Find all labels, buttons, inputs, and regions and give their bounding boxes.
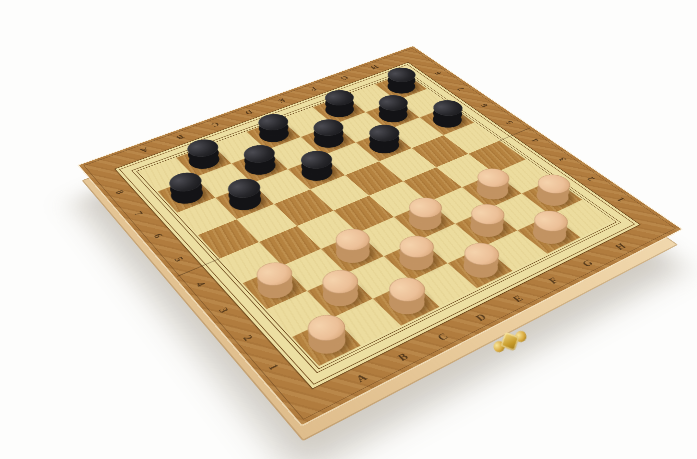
checker-light-man-h2[interactable] <box>529 183 574 210</box>
checkers-board: AA88BB77CC66DD55EE44FF33GG22HH11 <box>79 46 681 425</box>
checker-dark-man-a7[interactable] <box>165 181 208 207</box>
checkers-board-photo: AA88BB77CC66DD55EE44FF33GG22HH11 <box>0 0 697 459</box>
checker-dark-man-h6[interactable] <box>427 109 468 131</box>
square-c5[interactable] <box>274 189 333 226</box>
checker-dark-man-e7[interactable] <box>308 128 349 151</box>
checker-light-man-f2[interactable] <box>463 212 509 241</box>
board-surface: AA88BB77CC66DD55EE44FF33GG22HH11 <box>79 46 681 425</box>
checker-light-man-c1[interactable] <box>381 286 431 320</box>
checker-light-man-e3[interactable] <box>402 206 448 234</box>
checker-dark-man-d6[interactable] <box>295 159 338 184</box>
checker-dark-man-b6[interactable] <box>223 187 267 214</box>
checker-light-man-a1[interactable] <box>301 323 352 359</box>
